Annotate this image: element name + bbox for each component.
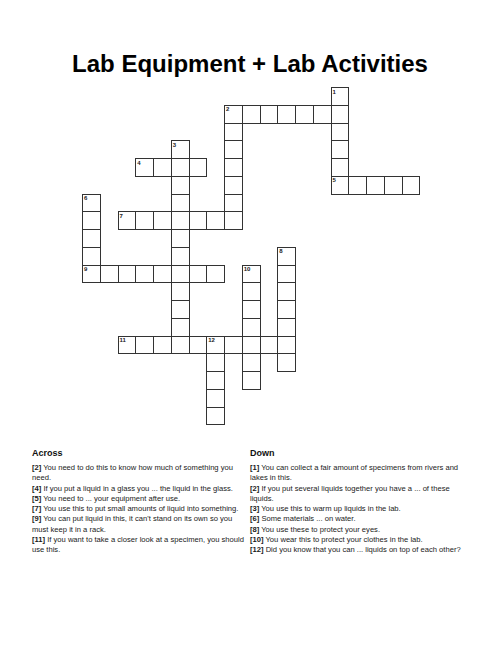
grid-cell[interactable] [118,265,137,284]
grid-cell[interactable] [224,158,243,177]
clue-across-9: [9] You can put liquid in this, it can't… [32,514,249,535]
cell-number: 3 [173,142,176,148]
clue-number: [4] [32,484,41,493]
grid-cell[interactable] [206,265,225,284]
grid-cell[interactable] [206,211,225,230]
across-clues-list: [2] You need to do this to know how much… [32,463,249,556]
grid-cell[interactable] [366,176,385,195]
clue-down-2: [2] If you put several liquids together … [250,484,467,505]
grid-cell[interactable] [171,211,190,230]
grid-cell[interactable] [242,282,261,301]
grid-cell[interactable] [260,105,279,124]
grid-cell[interactable] [135,336,154,355]
across-clues-section: Across [2] You need to do this to know h… [32,448,249,556]
grid-cell[interactable] [242,371,261,390]
grid-cell[interactable] [171,265,190,284]
clue-number: [1] [250,463,259,472]
grid-cell[interactable] [82,247,101,266]
cell-number: 8 [279,248,282,254]
puzzle-title: Lab Equipment + Lab Activities [0,50,500,79]
down-header: Down [250,448,467,459]
grid-cell[interactable] [277,336,296,355]
cell-number: 9 [84,266,87,272]
grid-cell[interactable] [277,282,296,301]
clue-across-7: [7] You use this to put small amounts of… [32,504,249,514]
grid-cell[interactable] [402,176,421,195]
clue-down-6: [6] Some materials ... on water. [250,514,467,524]
clue-number: [6] [250,514,259,523]
grid-cell[interactable] [242,318,261,337]
clue-number: [11] [32,535,45,544]
grid-cell[interactable] [224,211,243,230]
clue-down-10: [10] You wear this to protect your cloth… [250,535,467,545]
grid-cell[interactable] [277,353,296,372]
grid-cell[interactable] [242,300,261,319]
clue-down-8: [8] You use these to protect your eyes. [250,525,467,535]
grid-cell[interactable] [171,282,190,301]
grid-cell[interactable] [331,123,350,142]
clue-number: [5] [32,494,41,503]
grid-cell[interactable] [171,176,190,195]
clue-number: [9] [32,514,41,523]
clue-across-11: [11] If you want to take a closer look a… [32,535,249,556]
clue-number: [12] [250,545,264,554]
clue-down-3: [3] You use this to warm up liquids in t… [250,504,467,514]
grid-cell[interactable] [100,265,119,284]
grid-cell[interactable] [82,229,101,248]
grid-cell[interactable] [331,105,350,124]
cell-number: 11 [120,337,126,343]
clue-number: [7] [32,504,41,513]
cell-number: 12 [208,337,215,343]
cell-number: 1 [333,89,336,95]
grid-cell[interactable] [135,265,154,284]
clue-across-2: [2] You need to do this to know how much… [32,463,249,484]
grid-cell[interactable] [135,211,154,230]
grid-cell[interactable] [171,158,190,177]
grid-cell[interactable] [224,336,243,355]
down-clues-section: Down [1] You can collect a fair amount o… [250,448,467,556]
clue-number: [10] [250,535,264,544]
across-header: Across [32,448,249,459]
grid-cell[interactable] [242,336,261,355]
grid-cell[interactable] [384,176,403,195]
grid-cell[interactable] [348,176,367,195]
crossword-grid: 123456789101112 [82,87,421,426]
grid-cell[interactable] [189,158,208,177]
grid-cell[interactable] [242,353,261,372]
grid-cell[interactable] [171,300,190,319]
grid-cell[interactable] [224,123,243,142]
grid-cell[interactable] [82,211,101,230]
grid-cell[interactable] [206,389,225,408]
grid-cell[interactable] [171,229,190,248]
grid-cell[interactable] [189,211,208,230]
clue-number: [3] [250,504,259,513]
grid-cell[interactable] [189,336,208,355]
grid-cell[interactable] [189,265,208,284]
clue-down-12: [12] Did you know that you can ... liqui… [250,545,467,555]
clue-across-5: [5] You need to ... your equipment after… [32,494,249,504]
grid-cell[interactable] [206,353,225,372]
grid-cell[interactable] [331,158,350,177]
grid-cell[interactable] [242,105,261,124]
grid-cell[interactable] [277,265,296,284]
cell-number: 10 [244,266,251,272]
grid-cell[interactable] [206,407,225,426]
clue-down-1: [1] You can collect a fair amount of spe… [250,463,467,484]
grid-cell[interactable] [277,300,296,319]
cell-number: 6 [84,195,87,201]
grid-cell[interactable] [153,158,172,177]
grid-cell[interactable] [224,140,243,159]
down-clues-list: [1] You can collect a fair amount of spe… [250,463,467,556]
grid-cell[interactable] [277,105,296,124]
grid-cell[interactable] [224,176,243,195]
grid-cell[interactable] [171,336,190,355]
grid-cell[interactable] [206,371,225,390]
grid-cell[interactable] [153,265,172,284]
grid-cell[interactable] [260,336,279,355]
grid-cell[interactable] [313,105,332,124]
grid-cell[interactable] [331,140,350,159]
grid-cell[interactable] [277,318,296,337]
clue-number: [2] [32,463,41,472]
grid-cell[interactable] [171,247,190,266]
cell-number: 4 [137,160,140,166]
grid-cell[interactable] [171,318,190,337]
cell-number: 5 [333,177,336,183]
cell-number: 7 [120,213,123,219]
grid-cell[interactable] [224,194,243,213]
clue-number: [8] [250,525,259,534]
clue-across-4: [4] If you put a liquid in a glass you .… [32,484,249,494]
grid-cell[interactable] [171,194,190,213]
grid-cell[interactable] [153,336,172,355]
cell-number: 2 [226,106,229,112]
grid-cell[interactable] [153,211,172,230]
page: { "title": "Lab Equipment + Lab Activiti… [0,0,500,647]
grid-cell[interactable] [295,105,314,124]
clue-number: [2] [250,484,259,493]
